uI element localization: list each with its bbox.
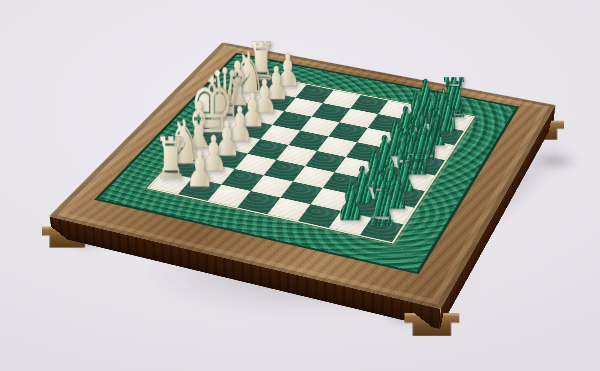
chess-set: ♜♞♝♛♚♝♞♜♟♟♟♟♟♟♟♟♟♟♟♟♟♟♟♟♜♞♝♛♚♝♞♜ [98, 54, 516, 271]
photo-backdrop: ♜♞♝♛♚♝♞♜♟♟♟♟♟♟♟♟♟♟♟♟♟♟♟♟♜♞♝♛♚♝♞♜ [0, 0, 600, 371]
black-pawn-h7[interactable]: ♟ [335, 176, 365, 228]
playing-area: ♜♞♝♛♚♝♞♜♟♟♟♟♟♟♟♟♟♟♟♟♟♟♟♟♜♞♝♛♚♝♞♜ [147, 73, 476, 243]
black-rook-h8[interactable]: ♜ [364, 174, 399, 235]
white-pawn-h2[interactable]: ♟ [185, 144, 214, 194]
chess-set-scene: ♜♞♝♛♚♝♞♜♟♟♟♟♟♟♟♟♟♟♟♟♟♟♟♟♜♞♝♛♚♝♞♜ [0, 0, 600, 371]
square-h5[interactable] [267, 198, 310, 221]
square-h8[interactable]: ♜ [360, 218, 403, 242]
white-rook-h1[interactable]: ♜ [154, 130, 187, 188]
